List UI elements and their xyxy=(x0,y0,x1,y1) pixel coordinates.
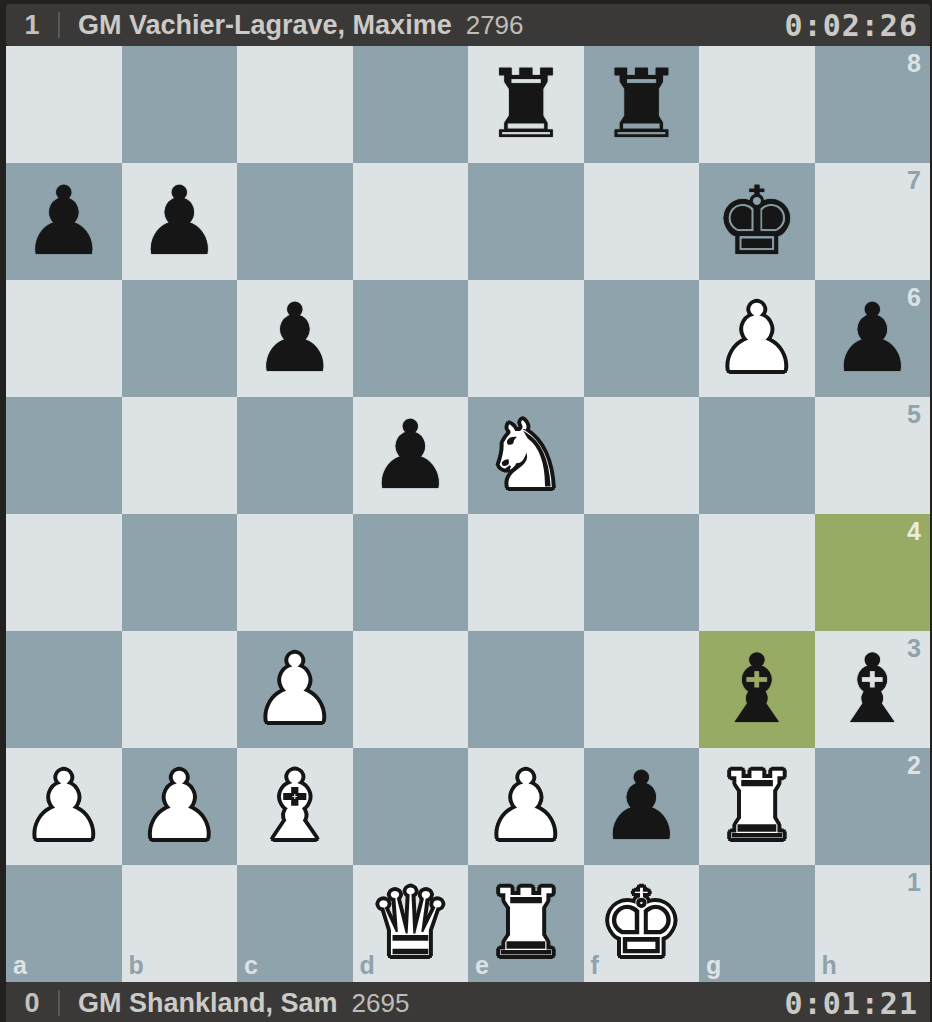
black-pawn[interactable]: ♟ xyxy=(599,759,684,854)
score-divider xyxy=(58,990,60,1016)
white-rook[interactable]: ♜ xyxy=(714,759,799,854)
square-h6[interactable]: 6♟ xyxy=(815,280,931,397)
rank-label-1: 1 xyxy=(907,870,921,895)
square-c7[interactable] xyxy=(237,163,353,280)
square-c1[interactable]: c xyxy=(237,865,353,982)
white-pawn[interactable]: ♟ xyxy=(252,642,337,737)
player-name-top: GM Vachier-Lagrave, Maxime xyxy=(78,10,452,41)
square-h1[interactable]: 1h xyxy=(815,865,931,982)
square-b7[interactable]: ♟ xyxy=(122,163,238,280)
square-a3[interactable] xyxy=(6,631,122,748)
white-knight[interactable]: ♞ xyxy=(483,408,568,503)
square-h2[interactable]: 2 xyxy=(815,748,931,865)
square-e1[interactable]: e♜ xyxy=(468,865,584,982)
square-c2[interactable]: ♝ xyxy=(237,748,353,865)
square-b6[interactable] xyxy=(122,280,238,397)
player-rating-top: 2796 xyxy=(466,10,524,41)
white-rook[interactable]: ♜ xyxy=(483,876,568,971)
square-e4[interactable] xyxy=(468,514,584,631)
square-c3[interactable]: ♟ xyxy=(237,631,353,748)
square-h3[interactable]: 3♝ xyxy=(815,631,931,748)
file-label-b: b xyxy=(129,953,144,978)
clock-top: 0:02:26 xyxy=(785,8,918,43)
chess-board[interactable]: ♜♜8♟♟♚7♟♟6♟♟♞54♟♝3♝♟♟♝♟♟♜2abcd♛e♜f♚g1h xyxy=(6,46,930,982)
square-f1[interactable]: f♚ xyxy=(584,865,700,982)
square-e7[interactable] xyxy=(468,163,584,280)
rank-label-5: 5 xyxy=(907,402,921,427)
rank-label-4: 4 xyxy=(907,519,921,544)
square-d5[interactable]: ♟ xyxy=(353,397,469,514)
square-a8[interactable] xyxy=(6,46,122,163)
square-f6[interactable] xyxy=(584,280,700,397)
black-rook[interactable]: ♜ xyxy=(483,57,568,152)
square-a4[interactable] xyxy=(6,514,122,631)
white-king[interactable]: ♚ xyxy=(599,876,684,971)
square-a6[interactable] xyxy=(6,280,122,397)
square-d4[interactable] xyxy=(353,514,469,631)
black-pawn[interactable]: ♟ xyxy=(21,174,106,269)
white-bishop[interactable]: ♝ xyxy=(252,759,337,854)
file-label-f: f xyxy=(591,953,599,978)
square-b8[interactable] xyxy=(122,46,238,163)
square-d1[interactable]: d♛ xyxy=(353,865,469,982)
square-d6[interactable] xyxy=(353,280,469,397)
square-c8[interactable] xyxy=(237,46,353,163)
player-bar-top: 1 GM Vachier-Lagrave, Maxime 2796 0:02:2… xyxy=(6,4,930,46)
player-name-bottom: GM Shankland, Sam xyxy=(78,988,338,1019)
black-bishop[interactable]: ♝ xyxy=(830,642,915,737)
square-f5[interactable] xyxy=(584,397,700,514)
white-pawn[interactable]: ♟ xyxy=(714,291,799,386)
square-h4[interactable]: 4 xyxy=(815,514,931,631)
file-label-d: d xyxy=(360,953,375,978)
square-b4[interactable] xyxy=(122,514,238,631)
square-b5[interactable] xyxy=(122,397,238,514)
square-e8[interactable]: ♜ xyxy=(468,46,584,163)
file-label-e: e xyxy=(475,953,489,978)
player-rating-bottom: 2695 xyxy=(352,988,410,1019)
player-bar-bottom: 0 GM Shankland, Sam 2695 0:01:21 xyxy=(6,982,930,1022)
square-h5[interactable]: 5 xyxy=(815,397,931,514)
file-label-a: a xyxy=(13,953,27,978)
square-g4[interactable] xyxy=(699,514,815,631)
black-king[interactable]: ♚ xyxy=(714,174,799,269)
rank-label-3: 3 xyxy=(907,636,921,661)
file-label-h: h xyxy=(822,953,837,978)
score-divider xyxy=(58,12,60,38)
black-rook[interactable]: ♜ xyxy=(599,57,684,152)
square-g1[interactable]: g xyxy=(699,865,815,982)
square-h7[interactable]: 7 xyxy=(815,163,931,280)
square-g5[interactable] xyxy=(699,397,815,514)
square-g6[interactable]: ♟ xyxy=(699,280,815,397)
score-top: 1 xyxy=(6,10,58,41)
clock-bottom: 0:01:21 xyxy=(785,986,918,1021)
square-a1[interactable]: a xyxy=(6,865,122,982)
square-f3[interactable] xyxy=(584,631,700,748)
square-h8[interactable]: 8 xyxy=(815,46,931,163)
square-f7[interactable] xyxy=(584,163,700,280)
square-d3[interactable] xyxy=(353,631,469,748)
score-bottom: 0 xyxy=(6,988,58,1019)
square-b3[interactable] xyxy=(122,631,238,748)
square-e3[interactable] xyxy=(468,631,584,748)
black-pawn[interactable]: ♟ xyxy=(137,174,222,269)
rank-label-2: 2 xyxy=(907,753,921,778)
square-g3[interactable]: ♝ xyxy=(699,631,815,748)
rank-label-8: 8 xyxy=(907,51,921,76)
square-b1[interactable]: b xyxy=(122,865,238,982)
square-b2[interactable]: ♟ xyxy=(122,748,238,865)
square-c5[interactable] xyxy=(237,397,353,514)
square-f8[interactable]: ♜ xyxy=(584,46,700,163)
square-d7[interactable] xyxy=(353,163,469,280)
rank-label-6: 6 xyxy=(907,285,921,310)
black-bishop[interactable]: ♝ xyxy=(714,642,799,737)
square-c4[interactable] xyxy=(237,514,353,631)
square-f2[interactable]: ♟ xyxy=(584,748,700,865)
white-queen[interactable]: ♛ xyxy=(368,876,453,971)
square-a7[interactable]: ♟ xyxy=(6,163,122,280)
black-pawn[interactable]: ♟ xyxy=(368,408,453,503)
white-pawn[interactable]: ♟ xyxy=(21,759,106,854)
black-pawn[interactable]: ♟ xyxy=(252,291,337,386)
square-f4[interactable] xyxy=(584,514,700,631)
rank-label-7: 7 xyxy=(907,168,921,193)
square-g7[interactable]: ♚ xyxy=(699,163,815,280)
square-a5[interactable] xyxy=(6,397,122,514)
file-label-g: g xyxy=(706,953,721,978)
square-a2[interactable]: ♟ xyxy=(6,748,122,865)
broadcast-window: 1 GM Vachier-Lagrave, Maxime 2796 0:02:2… xyxy=(0,0,932,1022)
black-pawn[interactable]: ♟ xyxy=(830,291,915,386)
square-g8[interactable] xyxy=(699,46,815,163)
white-pawn[interactable]: ♟ xyxy=(137,759,222,854)
square-e2[interactable]: ♟ xyxy=(468,748,584,865)
square-e5[interactable]: ♞ xyxy=(468,397,584,514)
square-c6[interactable]: ♟ xyxy=(237,280,353,397)
square-e6[interactable] xyxy=(468,280,584,397)
square-d2[interactable] xyxy=(353,748,469,865)
white-pawn[interactable]: ♟ xyxy=(483,759,568,854)
file-label-c: c xyxy=(244,953,258,978)
square-g2[interactable]: ♜ xyxy=(699,748,815,865)
square-d8[interactable] xyxy=(353,46,469,163)
